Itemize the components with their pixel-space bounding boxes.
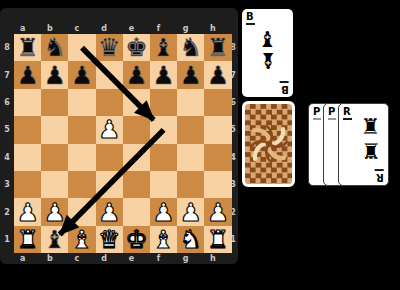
piece-black-bishop: ♝ [152, 35, 174, 60]
square-a2[interactable]: ♟ [14, 198, 41, 225]
chess-board: abcdefgh abcdefgh 87654321 87654321 ♜♞♛♚… [0, 8, 238, 264]
square-h2[interactable]: ♟ [204, 198, 231, 225]
square-e8[interactable]: ♚ [123, 34, 150, 61]
coordinate-label: d [91, 254, 118, 263]
square-d6[interactable] [96, 89, 123, 116]
square-f5[interactable] [150, 116, 177, 143]
file-labels-bottom: abcdefgh [9, 254, 227, 263]
coordinate-label: 5 [0, 116, 14, 143]
bishop-icon-inverted: ♝ [258, 50, 278, 71]
square-b1[interactable]: ♝ [41, 226, 68, 253]
board-squares: ♜♞♛♚♝♞♜♟♟♟♟♟♟♟♟♟♟♟♟♟♟♜♝♝♛♚♝♞♜ [14, 34, 232, 253]
piece-black-pawn: ♟ [152, 63, 174, 88]
coordinate-label: 7 [0, 61, 14, 88]
square-g3[interactable] [177, 171, 204, 198]
square-d2[interactable]: ♟ [96, 198, 123, 225]
square-a1[interactable]: ♜ [14, 226, 41, 253]
coordinate-label: b [36, 254, 63, 263]
hand-card-rook[interactable]: R ♜ ♜ R [338, 103, 389, 186]
square-f4[interactable] [150, 144, 177, 171]
square-c3[interactable] [68, 171, 95, 198]
piece-black-rook: ♜ [16, 35, 38, 60]
square-g2[interactable]: ♟ [177, 198, 204, 225]
square-e6[interactable] [123, 89, 150, 116]
coordinate-label: c [63, 254, 90, 263]
square-c5[interactable] [68, 116, 95, 143]
coordinate-label: 1 [0, 226, 14, 253]
piece-white-pawn: ♟ [207, 200, 229, 225]
piece-white-bishop: ♝ [152, 227, 174, 252]
card-rank-label: P [328, 107, 336, 120]
piece-black-knight: ♞ [180, 35, 202, 60]
card-rank-label-inverted: B [280, 81, 289, 94]
square-b4[interactable] [41, 144, 68, 171]
piece-white-pawn: ♟ [152, 200, 174, 225]
square-g5[interactable] [177, 116, 204, 143]
card-back-swirl-icon [246, 121, 292, 167]
coordinate-label: c [63, 24, 90, 33]
piece-white-rook: ♜ [207, 227, 229, 252]
coordinate-label: f [145, 254, 172, 263]
piece-black-knight: ♞ [44, 35, 66, 60]
square-c2[interactable] [68, 198, 95, 225]
piece-white-pawn: ♟ [98, 200, 120, 225]
rook-card-art: ♜ ♜ [346, 116, 395, 161]
piece-black-pawn: ♟ [16, 63, 38, 88]
square-c1[interactable]: ♝ [68, 226, 95, 253]
coordinate-label: 2 [0, 198, 14, 225]
piece-black-pawn: ♟ [180, 63, 202, 88]
rook-icon: ♜ [361, 116, 381, 137]
square-d7[interactable] [96, 61, 123, 88]
coordinate-label: f [145, 24, 172, 33]
square-b5[interactable] [41, 116, 68, 143]
square-c4[interactable] [68, 144, 95, 171]
square-b2[interactable]: ♟ [41, 198, 68, 225]
piece-white-rook: ♜ [16, 227, 38, 252]
bishop-icon: ♝ [258, 29, 278, 50]
square-f2[interactable]: ♟ [150, 198, 177, 225]
piece-white-bishop: ♝ [71, 227, 93, 252]
piece-white-pawn: ♟ [16, 200, 38, 225]
square-e5[interactable] [123, 116, 150, 143]
coordinate-label: 6 [0, 89, 14, 116]
rook-icon-inverted: ♜ [361, 140, 381, 161]
square-h3[interactable] [204, 171, 231, 198]
square-f1[interactable]: ♝ [150, 226, 177, 253]
square-f3[interactable] [150, 171, 177, 198]
square-a7[interactable]: ♟ [14, 61, 41, 88]
square-e3[interactable] [123, 171, 150, 198]
square-a8[interactable]: ♜ [14, 34, 41, 61]
square-b6[interactable] [41, 89, 68, 116]
coordinate-label: d [91, 24, 118, 33]
square-g8[interactable]: ♞ [177, 34, 204, 61]
square-h7[interactable]: ♟ [204, 61, 231, 88]
coordinate-label: h [199, 254, 226, 263]
piece-black-pawn: ♟ [44, 63, 66, 88]
square-g7[interactable]: ♟ [177, 61, 204, 88]
draw-pile[interactable] [242, 101, 295, 187]
square-e4[interactable] [123, 144, 150, 171]
square-h4[interactable] [204, 144, 231, 171]
square-h5[interactable] [204, 116, 231, 143]
coordinate-label: a [9, 254, 36, 263]
piece-white-pawn: ♟ [180, 200, 202, 225]
piece-black-pawn: ♟ [207, 63, 229, 88]
square-c7[interactable]: ♟ [68, 61, 95, 88]
square-b7[interactable]: ♟ [41, 61, 68, 88]
coordinate-label: h [199, 24, 226, 33]
coordinate-label: e [118, 24, 145, 33]
square-f8[interactable]: ♝ [150, 34, 177, 61]
piece-black-queen: ♛ [98, 35, 120, 60]
piece-white-king: ♚ [125, 227, 147, 252]
piece-black-pawn: ♟ [71, 63, 93, 88]
square-d8[interactable]: ♛ [96, 34, 123, 61]
square-f6[interactable] [150, 89, 177, 116]
piece-black-pawn: ♟ [125, 63, 147, 88]
piece-black-rook: ♜ [207, 35, 229, 60]
coordinate-label: a [9, 24, 36, 33]
square-a5[interactable] [14, 116, 41, 143]
square-d4[interactable] [96, 144, 123, 171]
coordinate-label: b [36, 24, 63, 33]
piece-white-knight: ♞ [180, 227, 202, 252]
square-d1[interactable]: ♛ [96, 226, 123, 253]
rank-labels-left: 87654321 [0, 34, 14, 253]
card-rank-label-inverted: R [375, 169, 384, 182]
square-g1[interactable]: ♞ [177, 226, 204, 253]
bishop-card-art: ♝ ♝ [242, 29, 293, 71]
file-labels-top: abcdefgh [9, 24, 227, 33]
square-h8[interactable]: ♜ [204, 34, 231, 61]
square-b8[interactable]: ♞ [41, 34, 68, 61]
coordinate-label: 4 [0, 144, 14, 171]
square-f7[interactable]: ♟ [150, 61, 177, 88]
square-d5[interactable]: ♟ [96, 116, 123, 143]
square-a4[interactable] [14, 144, 41, 171]
square-b3[interactable] [41, 171, 68, 198]
piece-black-king: ♚ [125, 35, 147, 60]
piece-white-pawn: ♟ [44, 200, 66, 225]
square-g4[interactable] [177, 144, 204, 171]
played-card-bishop: B ♝ ♝ B [242, 9, 293, 97]
coordinate-label: 8 [0, 34, 14, 61]
coordinate-label: 3 [0, 171, 14, 198]
square-g6[interactable] [177, 89, 204, 116]
square-c8[interactable] [68, 34, 95, 61]
coordinate-label: g [172, 254, 199, 263]
coordinate-label: e [118, 254, 145, 263]
square-d3[interactable] [96, 171, 123, 198]
square-a3[interactable] [14, 171, 41, 198]
square-h1[interactable]: ♜ [204, 226, 231, 253]
game-screen: abcdefgh abcdefgh 87654321 87654321 ♜♞♛♚… [0, 0, 400, 290]
square-c6[interactable] [68, 89, 95, 116]
card-rank-label: B [246, 12, 255, 25]
piece-white-queen: ♛ [98, 227, 120, 252]
square-e2[interactable] [123, 198, 150, 225]
square-e7[interactable]: ♟ [123, 61, 150, 88]
card-rank-label: P [313, 107, 321, 120]
square-h6[interactable] [204, 89, 231, 116]
piece-black-bishop: ♝ [44, 227, 66, 252]
piece-white-pawn: ♟ [98, 117, 120, 142]
coordinate-label: g [172, 24, 199, 33]
square-a6[interactable] [14, 89, 41, 116]
square-e1[interactable]: ♚ [123, 226, 150, 253]
